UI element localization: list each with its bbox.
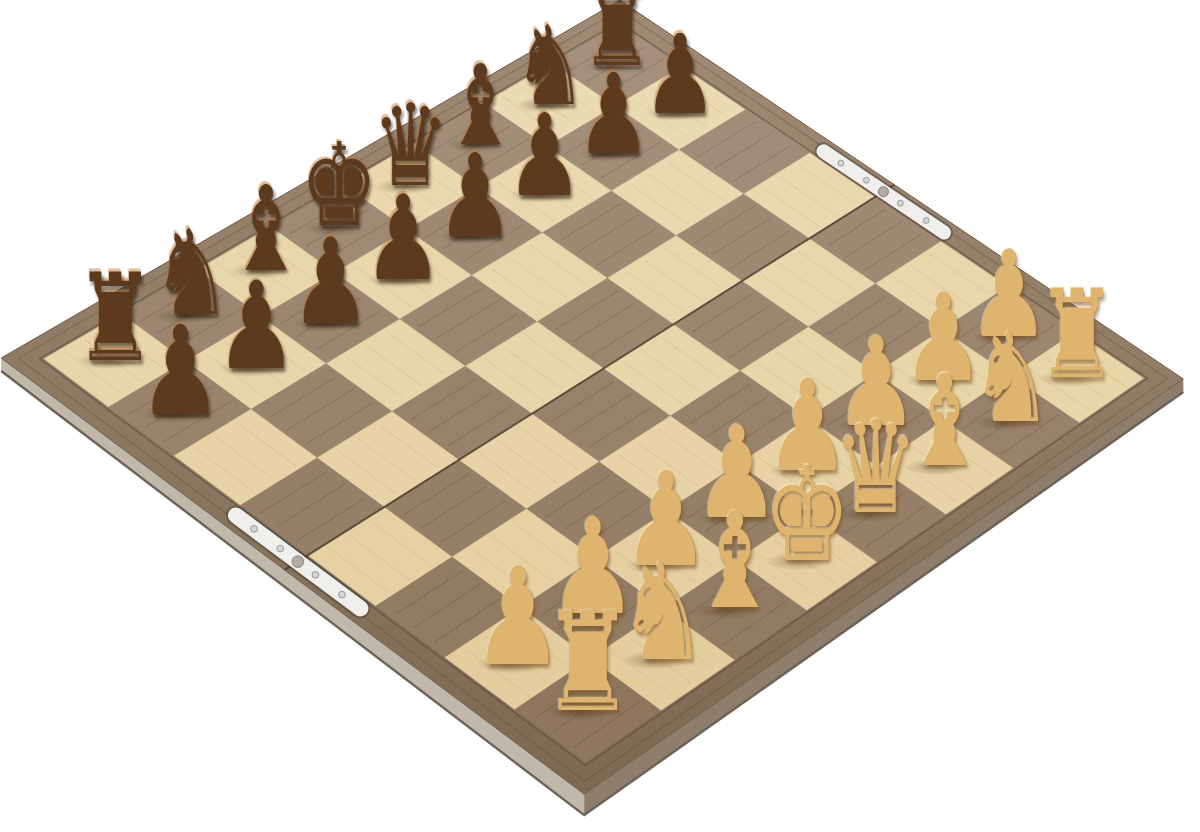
- piece-white-rook-a1[interactable]: ♜: [533, 617, 643, 727]
- pawn-glyph: ♟: [133, 309, 226, 433]
- chessboard-scene: ♜♞♝♚♛♝♞♜♟♟♟♟♟♟♟♟♟♟♟♟♟♟♟♟♜♞♝♚♛♝♞♜: [0, 0, 1200, 832]
- pieces-layer: ♜♞♝♚♛♝♞♜♟♟♟♟♟♟♟♟♟♟♟♟♟♟♟♟♜♞♝♚♛♝♞♜: [0, 0, 1200, 832]
- rook-glyph: ♜: [536, 593, 639, 731]
- piece-black-pawn-a7[interactable]: ♟: [131, 329, 230, 428]
